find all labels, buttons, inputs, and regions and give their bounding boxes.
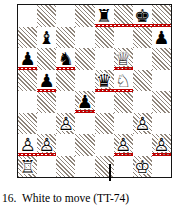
square-g7 [133, 27, 152, 49]
black-pawn-h7: ♟ [153, 27, 169, 48]
square-d1 [75, 156, 94, 178]
square-c3: ♙ [56, 113, 75, 135]
white-pawn-c3: ♙ [58, 113, 74, 134]
square-b8 [37, 5, 56, 27]
chess-board: ♜♚♝♟♟♞♕♟♛♘♟♙♙♙♙♙♙♖♔ [17, 4, 172, 178]
spellcheck-squiggle-c6 [56, 67, 75, 70]
square-f1 [114, 156, 133, 178]
white-rook-a1: ♖ [19, 156, 35, 177]
square-e3 [95, 113, 114, 135]
square-c8 [56, 5, 75, 27]
square-c7 [56, 27, 75, 49]
square-g2 [133, 134, 152, 156]
square-d2 [75, 134, 94, 156]
square-d3 [75, 113, 94, 135]
square-e2 [95, 134, 114, 156]
square-h3 [152, 113, 171, 135]
square-h1 [152, 156, 171, 178]
spellcheck-squiggle-a6 [18, 67, 37, 70]
square-g4 [133, 91, 152, 113]
spellcheck-squiggle-f6 [114, 67, 133, 70]
text-caret [109, 164, 111, 181]
square-d8 [75, 5, 94, 27]
square-c5 [56, 70, 75, 92]
document-page[interactable]: ♜♚♝♟♟♞♕♟♛♘♟♙♙♙♙♙♙♖♔ 16. White to move (T… [0, 0, 178, 214]
square-e7 [95, 27, 114, 49]
square-a7 [18, 27, 37, 49]
square-e4 [95, 91, 114, 113]
square-h5 [152, 70, 171, 92]
spellcheck-squiggle-b5 [37, 89, 56, 92]
square-c1 [56, 156, 75, 178]
square-g3: ♙ [133, 113, 152, 135]
square-f7 [114, 27, 133, 49]
square-b6 [37, 48, 56, 70]
square-a4 [18, 91, 37, 113]
square-b1 [37, 156, 56, 178]
spellcheck-squiggle-e8-h8 [95, 24, 172, 27]
spellcheck-squiggle-f2 [114, 153, 133, 156]
spellcheck-squiggle-e5-f5 [95, 89, 133, 92]
spellcheck-squiggle-a2-b2 [18, 153, 56, 156]
square-h4 [152, 91, 171, 113]
square-d6 [75, 48, 94, 70]
diagram-caption: 16. White to move (TT-74) [2, 192, 129, 204]
square-h6 [152, 48, 171, 70]
white-king-g1: ♔ [134, 156, 150, 177]
square-f3 [114, 113, 133, 135]
square-e6 [95, 48, 114, 70]
square-a5 [18, 70, 37, 92]
square-d5 [75, 70, 94, 92]
square-b4 [37, 91, 56, 113]
square-a1: ♖ [18, 156, 37, 178]
square-a3 [18, 113, 37, 135]
square-g6 [133, 48, 152, 70]
square-g5 [133, 70, 152, 92]
square-b7: ♝ [37, 27, 56, 49]
square-c2 [56, 134, 75, 156]
square-b3 [37, 113, 56, 135]
white-pawn-g3: ♙ [134, 113, 150, 134]
square-h7: ♟ [152, 27, 171, 49]
spellcheck-squiggle-h2 [152, 153, 171, 156]
square-c4 [56, 91, 75, 113]
square-a8 [18, 5, 37, 27]
spellcheck-squiggle-d4 [75, 110, 94, 113]
black-bishop-b7: ♝ [39, 27, 55, 48]
square-g1: ♔ [133, 156, 152, 178]
square-d7 [75, 27, 94, 49]
square-f4 [114, 91, 133, 113]
